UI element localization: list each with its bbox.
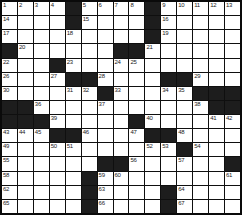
cell-r15c7[interactable]: 66: [98, 200, 113, 213]
clue-number-51: 51: [67, 143, 73, 150]
clue-number-5: 5: [83, 2, 86, 9]
cell-r7c4[interactable]: [50, 87, 65, 100]
cell-r6c3[interactable]: [34, 73, 49, 86]
clue-number-35: 35: [178, 87, 184, 94]
cell-r8c5[interactable]: [66, 101, 81, 114]
cell-r9c8[interactable]: [114, 115, 129, 128]
cell-r8c7[interactable]: 37: [98, 101, 113, 114]
cell-r13c15[interactable]: 61: [225, 172, 240, 185]
cell-r5c3[interactable]: [34, 59, 49, 72]
black-square-r2c10: [145, 16, 160, 29]
cell-r15c15[interactable]: [225, 200, 240, 213]
cell-r10c12[interactable]: 48: [177, 129, 192, 142]
cell-r10c3[interactable]: 45: [34, 129, 49, 142]
cell-r4c4[interactable]: [50, 44, 65, 57]
cell-r9c4[interactable]: 39: [50, 115, 65, 128]
cell-r12c1[interactable]: 55: [2, 157, 17, 170]
cell-r8c10[interactable]: [145, 101, 160, 114]
cell-r11c1[interactable]: 49: [2, 143, 17, 156]
clue-number-39: 39: [51, 115, 57, 122]
clue-number-17: 17: [3, 30, 9, 37]
clue-number-38: 38: [194, 101, 200, 108]
cell-r10c13[interactable]: [193, 129, 208, 142]
clue-number-30: 30: [3, 87, 9, 94]
cell-r4c15[interactable]: [225, 44, 240, 57]
cell-r3c13[interactable]: [193, 30, 208, 43]
cell-r3c6[interactable]: [82, 30, 97, 43]
clue-number-22: 22: [3, 59, 9, 66]
cell-r13c3[interactable]: [34, 172, 49, 185]
cell-r9c5[interactable]: [66, 115, 81, 128]
cell-r13c2[interactable]: [18, 172, 33, 185]
cell-r15c9[interactable]: [129, 200, 144, 213]
cell-r7c1[interactable]: 30: [2, 87, 17, 100]
black-square-r10c10: [145, 129, 160, 142]
cell-r11c2[interactable]: [18, 143, 33, 156]
cell-r2c1[interactable]: 14: [2, 16, 17, 29]
cell-r1c12[interactable]: 10: [177, 2, 192, 15]
cell-r4c11[interactable]: [161, 44, 176, 57]
cell-r11c4[interactable]: 50: [50, 143, 65, 156]
cell-r1c14[interactable]: 12: [209, 2, 224, 15]
black-square-r13c6: [82, 172, 97, 185]
black-square-r8c14: [209, 101, 224, 114]
cell-r3c11[interactable]: 19: [161, 30, 176, 43]
black-square-r8c2: [18, 101, 33, 114]
cell-r4c6[interactable]: [82, 44, 97, 57]
black-square-r7c13: [193, 87, 208, 100]
cell-r13c4[interactable]: [50, 172, 65, 185]
cell-r14c2[interactable]: [18, 186, 33, 199]
crossword-grid: 1234567891011121314151617181920212223242…: [0, 0, 242, 215]
cell-r6c15[interactable]: [225, 73, 240, 86]
black-square-r5c4: [50, 59, 65, 72]
clue-number-55: 55: [3, 157, 9, 164]
cell-r11c10[interactable]: 52: [145, 143, 160, 156]
clue-number-24: 24: [115, 59, 121, 66]
clue-number-50: 50: [51, 143, 57, 150]
black-square-r15c6: [82, 200, 97, 213]
cell-r2c7[interactable]: [98, 16, 113, 29]
cell-r14c8[interactable]: [114, 186, 129, 199]
cell-r13c10[interactable]: [145, 172, 160, 185]
cell-r9c12[interactable]: [177, 115, 192, 128]
cell-r12c3[interactable]: [34, 157, 49, 170]
clue-number-26: 26: [3, 73, 9, 80]
cell-r3c12[interactable]: [177, 30, 192, 43]
clue-number-58: 58: [3, 172, 9, 179]
cell-r13c8[interactable]: 60: [114, 172, 129, 185]
cell-r10c9[interactable]: 47: [129, 129, 144, 142]
clue-number-31: 31: [67, 87, 73, 94]
clue-number-52: 52: [146, 143, 152, 150]
black-square-r9c1: [2, 115, 17, 128]
cell-r12c12[interactable]: 57: [177, 157, 192, 170]
clue-number-41: 41: [210, 115, 216, 122]
cell-r13c1[interactable]: 58: [2, 172, 17, 185]
clue-number-36: 36: [35, 101, 41, 108]
clue-number-37: 37: [99, 101, 105, 108]
cell-r7c6[interactable]: 32: [82, 87, 97, 100]
clue-number-46: 46: [83, 129, 89, 136]
cell-r15c13[interactable]: [193, 200, 208, 213]
clue-number-7: 7: [115, 2, 118, 9]
clue-number-53: 53: [162, 143, 168, 150]
black-square-r4c9: [129, 44, 144, 57]
black-square-r6c12: [177, 73, 192, 86]
clue-number-64: 64: [178, 186, 184, 193]
black-square-r12c8: [114, 157, 129, 170]
cell-r2c4[interactable]: [50, 16, 65, 29]
cell-r11c3[interactable]: [34, 143, 49, 156]
clue-number-57: 57: [178, 157, 184, 164]
cell-r3c3[interactable]: [34, 30, 49, 43]
cell-r12c2[interactable]: [18, 157, 33, 170]
cell-r6c9[interactable]: [129, 73, 144, 86]
black-square-r7c15: [225, 87, 240, 100]
cell-r15c2[interactable]: [18, 200, 33, 213]
cell-r13c13[interactable]: [193, 172, 208, 185]
cell-r13c9[interactable]: [129, 172, 144, 185]
clue-number-18: 18: [67, 30, 73, 37]
cell-r8c8[interactable]: [114, 101, 129, 114]
cell-r4c14[interactable]: [209, 44, 224, 57]
black-square-r14c6: [82, 186, 97, 199]
cell-r2c8[interactable]: [114, 16, 129, 29]
black-square-r10c11: [161, 129, 176, 142]
clue-number-13: 13: [226, 2, 232, 9]
black-square-r3c10: [145, 30, 160, 43]
clue-number-23: 23: [67, 59, 73, 66]
cell-r13c12[interactable]: [177, 172, 192, 185]
cell-r13c14[interactable]: [209, 172, 224, 185]
cell-r5c5[interactable]: 23: [66, 59, 81, 72]
cell-r6c13[interactable]: 29: [193, 73, 208, 86]
black-square-r2c5: [66, 16, 81, 29]
black-square-r9c3: [34, 115, 49, 128]
clue-number-19: 19: [162, 30, 168, 37]
cell-r10c14[interactable]: [209, 129, 224, 142]
black-square-r1c5: [66, 2, 81, 15]
black-square-r9c2: [18, 115, 33, 128]
cell-r15c12[interactable]: 67: [177, 200, 192, 213]
clue-number-54: 54: [194, 143, 200, 150]
cell-r7c3[interactable]: [34, 87, 49, 100]
cell-r9c13[interactable]: [193, 115, 208, 128]
cell-r5c1[interactable]: 22: [2, 59, 17, 72]
cell-r15c3[interactable]: [34, 200, 49, 213]
cell-r7c12[interactable]: 35: [177, 87, 192, 100]
cell-r1c7[interactable]: 6: [98, 2, 113, 15]
cell-r1c13[interactable]: 11: [193, 2, 208, 15]
cell-r8c6[interactable]: [82, 101, 97, 114]
cell-r3c8[interactable]: [114, 30, 129, 43]
cell-r15c1[interactable]: 65: [2, 200, 17, 213]
clue-number-11: 11: [194, 2, 200, 9]
cell-r5c10[interactable]: [145, 59, 160, 72]
cell-r9c11[interactable]: [161, 115, 176, 128]
cell-r11c15[interactable]: [225, 143, 240, 156]
black-square-r4c1: [2, 44, 17, 57]
cell-r1c9[interactable]: 8: [129, 2, 144, 15]
cell-r14c14[interactable]: [209, 186, 224, 199]
cell-r5c8[interactable]: 24: [114, 59, 129, 72]
clue-number-60: 60: [115, 172, 121, 179]
cell-r15c5[interactable]: [66, 200, 81, 213]
cell-r1c4[interactable]: 4: [50, 2, 65, 15]
black-square-r6c5: [66, 73, 81, 86]
clue-number-14: 14: [3, 16, 9, 23]
cell-r8c12[interactable]: [177, 101, 192, 114]
cell-r4c7[interactable]: [98, 44, 113, 57]
cell-r3c7[interactable]: [98, 30, 113, 43]
cell-r14c4[interactable]: [50, 186, 65, 199]
cell-r10c7[interactable]: [98, 129, 113, 142]
cell-r2c6[interactable]: 15: [82, 16, 97, 29]
cell-r6c10[interactable]: [145, 73, 160, 86]
cell-r7c8[interactable]: 33: [114, 87, 129, 100]
clue-number-1: 1: [3, 2, 6, 9]
clue-number-66: 66: [99, 200, 105, 207]
cell-r1c2[interactable]: 2: [18, 2, 33, 15]
clue-number-27: 27: [51, 73, 57, 80]
cell-r4c5[interactable]: [66, 44, 81, 57]
cell-r4c13[interactable]: [193, 44, 208, 57]
cell-r10c8[interactable]: [114, 129, 129, 142]
cell-r10c6[interactable]: 46: [82, 129, 97, 142]
cell-r11c11[interactable]: 53: [161, 143, 176, 156]
clue-number-34: 34: [162, 87, 168, 94]
cell-r3c15[interactable]: [225, 30, 240, 43]
cell-r12c14[interactable]: [209, 157, 224, 170]
cell-r12c11[interactable]: [161, 157, 176, 170]
clue-number-4: 4: [51, 2, 54, 9]
clue-number-62: 62: [3, 186, 9, 193]
cell-r12c13[interactable]: [193, 157, 208, 170]
cell-r2c2[interactable]: [18, 16, 33, 29]
clue-number-3: 3: [35, 2, 38, 9]
black-square-r9c9: [129, 115, 144, 128]
cell-r1c1[interactable]: 1: [2, 2, 17, 15]
cell-r3c4[interactable]: [50, 30, 65, 43]
cell-r10c15[interactable]: [225, 129, 240, 142]
clue-number-21: 21: [146, 44, 152, 51]
cell-r14c7[interactable]: 63: [98, 186, 113, 199]
cell-r14c10[interactable]: [145, 186, 160, 199]
clue-number-47: 47: [130, 129, 136, 136]
cell-r5c15[interactable]: [225, 59, 240, 72]
cell-r5c12[interactable]: [177, 59, 192, 72]
clue-number-61: 61: [226, 172, 232, 179]
cell-r4c3[interactable]: [34, 44, 49, 57]
clue-number-20: 20: [19, 44, 25, 51]
cell-r7c9[interactable]: [129, 87, 144, 100]
cell-r6c2[interactable]: [18, 73, 33, 86]
clue-number-48: 48: [178, 129, 184, 136]
clue-number-8: 8: [130, 2, 133, 9]
cell-r14c3[interactable]: [34, 186, 49, 199]
black-square-r6c11: [161, 73, 176, 86]
clue-number-45: 45: [35, 129, 41, 136]
cell-r4c2[interactable]: 20: [18, 44, 33, 57]
clue-number-10: 10: [178, 2, 184, 9]
clue-number-6: 6: [99, 2, 102, 9]
cell-r15c10[interactable]: [145, 200, 160, 213]
cell-r2c13[interactable]: [193, 16, 208, 29]
black-square-r7c14: [209, 87, 224, 100]
cell-r8c3[interactable]: 36: [34, 101, 49, 114]
cell-r14c9[interactable]: [129, 186, 144, 199]
cell-r11c6[interactable]: [82, 143, 97, 156]
cell-r11c13[interactable]: 54: [193, 143, 208, 156]
cell-r8c4[interactable]: [50, 101, 65, 114]
clue-number-43: 43: [3, 129, 9, 136]
clue-number-59: 59: [99, 172, 105, 179]
cell-r5c9[interactable]: 25: [129, 59, 144, 72]
clue-number-32: 32: [83, 87, 89, 94]
clue-number-28: 28: [99, 73, 105, 80]
cell-r11c5[interactable]: 51: [66, 143, 81, 156]
cell-r7c5[interactable]: 31: [66, 87, 81, 100]
cell-r6c8[interactable]: [114, 73, 129, 86]
cell-r12c10[interactable]: [145, 157, 160, 170]
clue-number-67: 67: [178, 200, 184, 207]
cell-r6c1[interactable]: 26: [2, 73, 17, 86]
clue-number-49: 49: [3, 143, 9, 150]
cell-r7c2[interactable]: [18, 87, 33, 100]
cell-r14c15[interactable]: [225, 186, 240, 199]
cell-r2c15[interactable]: [225, 16, 240, 29]
cell-r13c7[interactable]: 59: [98, 172, 113, 185]
cell-r5c6[interactable]: [82, 59, 97, 72]
cell-r11c7[interactable]: [98, 143, 113, 156]
cell-r5c14[interactable]: [209, 59, 224, 72]
black-square-r12c15: [225, 157, 240, 170]
black-square-r10c5: [66, 129, 81, 142]
cell-r3c1[interactable]: 17: [2, 30, 17, 43]
cell-r8c11[interactable]: [161, 101, 176, 114]
cell-r12c5[interactable]: [66, 157, 81, 170]
cell-r5c2[interactable]: [18, 59, 33, 72]
black-square-r11c12: [177, 143, 192, 156]
cell-r1c11[interactable]: 9: [161, 2, 176, 15]
cell-r14c1[interactable]: 62: [2, 186, 17, 199]
clue-number-40: 40: [146, 115, 152, 122]
cell-r11c8[interactable]: [114, 143, 129, 156]
black-square-r15c11: [161, 200, 176, 213]
cell-r12c9[interactable]: 56: [129, 157, 144, 170]
cell-r15c14[interactable]: [209, 200, 224, 213]
cell-r5c13[interactable]: [193, 59, 208, 72]
cell-r7c10[interactable]: [145, 87, 160, 100]
cell-r4c12[interactable]: [177, 44, 192, 57]
cell-r1c15[interactable]: 13: [225, 2, 240, 15]
black-square-r8c15: [225, 101, 240, 114]
cell-r8c13[interactable]: 38: [193, 101, 208, 114]
cell-r6c4[interactable]: 27: [50, 73, 65, 86]
clue-number-44: 44: [19, 129, 25, 136]
cell-r6c14[interactable]: [209, 73, 224, 86]
cell-r4c10[interactable]: 21: [145, 44, 160, 57]
crossword-puzzle: 1234567891011121314151617181920212223242…: [0, 0, 242, 215]
cell-r3c2[interactable]: [18, 30, 33, 43]
cell-r1c3[interactable]: 3: [34, 2, 49, 15]
cell-r3c14[interactable]: [209, 30, 224, 43]
cell-r10c1[interactable]: 43: [2, 129, 17, 142]
clue-number-16: 16: [162, 16, 168, 23]
cell-r9c6[interactable]: [82, 115, 97, 128]
black-square-r12c7: [98, 157, 113, 170]
cell-r9c7[interactable]: [98, 115, 113, 128]
cell-r7c11[interactable]: 34: [161, 87, 176, 100]
cell-r10c2[interactable]: 44: [18, 129, 33, 142]
black-square-r4c8: [114, 44, 129, 57]
cell-r13c5[interactable]: [66, 172, 81, 185]
cell-r2c11[interactable]: 16: [161, 16, 176, 29]
cell-r9c14[interactable]: 41: [209, 115, 224, 128]
clue-number-12: 12: [210, 2, 216, 9]
cell-r2c14[interactable]: [209, 16, 224, 29]
cell-r9c10[interactable]: 40: [145, 115, 160, 128]
cell-r1c6[interactable]: 5: [82, 2, 97, 15]
cell-r5c11[interactable]: [161, 59, 176, 72]
cell-r9c15[interactable]: 42: [225, 115, 240, 128]
clue-number-2: 2: [19, 2, 22, 9]
clue-number-15: 15: [83, 16, 89, 23]
clue-number-25: 25: [130, 59, 136, 66]
cell-r13c11[interactable]: [161, 172, 176, 185]
cell-r12c4[interactable]: [50, 157, 65, 170]
cell-r14c12[interactable]: 64: [177, 186, 192, 199]
clue-number-63: 63: [99, 186, 105, 193]
clue-number-56: 56: [130, 157, 136, 164]
black-square-r10c4: [50, 129, 65, 142]
black-square-r8c1: [2, 101, 17, 114]
cell-r14c13[interactable]: [193, 186, 208, 199]
cell-r3c5[interactable]: 18: [66, 30, 81, 43]
black-square-r1c10: [145, 2, 160, 15]
cell-r2c3[interactable]: [34, 16, 49, 29]
cell-r3c9[interactable]: [129, 30, 144, 43]
clue-number-65: 65: [3, 200, 9, 207]
clue-number-9: 9: [162, 2, 165, 9]
clue-number-29: 29: [194, 73, 200, 80]
cell-r1c8[interactable]: 7: [114, 2, 129, 15]
black-square-r7c7: [98, 87, 113, 100]
cell-r2c9[interactable]: [129, 16, 144, 29]
cell-r2c12[interactable]: [177, 16, 192, 29]
black-square-r14c11: [161, 186, 176, 199]
cell-r15c4[interactable]: [50, 200, 65, 213]
clue-number-42: 42: [226, 115, 232, 122]
cell-r5c7[interactable]: [98, 59, 113, 72]
cell-r15c8[interactable]: [114, 200, 129, 213]
cell-r6c7[interactable]: 28: [98, 73, 113, 86]
black-square-r6c6: [82, 73, 97, 86]
cell-r11c9[interactable]: [129, 143, 144, 156]
cell-r14c5[interactable]: [66, 186, 81, 199]
cell-r11c14[interactable]: [209, 143, 224, 156]
clue-number-33: 33: [115, 87, 121, 94]
cell-r8c9[interactable]: [129, 101, 144, 114]
cell-r12c6[interactable]: [82, 157, 97, 170]
